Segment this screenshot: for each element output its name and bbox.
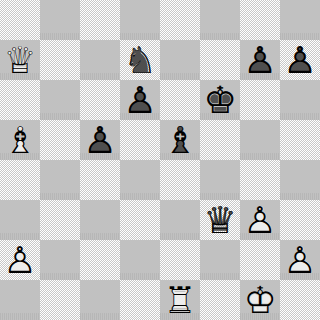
pawn-glyph-fill: ♟ [280,240,320,280]
bishop-glyph-fill: ♝ [0,120,40,160]
king-glyph-fill: ♚ [240,280,280,320]
pawn-glyph-outline: ♙ [240,40,280,80]
square-h2[interactable]: ♟♙ [280,240,320,280]
square-a3[interactable] [0,200,40,240]
square-f2[interactable] [200,240,240,280]
piece-black-pawn-h7[interactable]: ♟♙ [280,40,320,80]
pawn-glyph-outline: ♙ [280,40,320,80]
square-d4[interactable] [120,160,160,200]
square-h7[interactable]: ♟♙ [280,40,320,80]
square-g6[interactable] [240,80,280,120]
pawn-glyph-fill: ♟ [120,80,160,120]
square-g3[interactable]: ♟♙ [240,200,280,240]
square-a2[interactable]: ♟♙ [0,240,40,280]
square-f6[interactable]: ♚♔ [200,80,240,120]
piece-white-rook-e1[interactable]: ♜♖ [160,280,200,320]
square-e1[interactable]: ♜♖ [160,280,200,320]
square-g8[interactable] [240,0,280,40]
square-b7[interactable] [40,40,80,80]
square-d3[interactable] [120,200,160,240]
square-g4[interactable] [240,160,280,200]
square-f8[interactable] [200,0,240,40]
square-a4[interactable] [0,160,40,200]
square-f7[interactable] [200,40,240,80]
king-glyph-outline: ♔ [240,280,280,320]
square-c1[interactable] [80,280,120,320]
bishop-glyph-outline: ♗ [0,120,40,160]
piece-white-pawn-h2[interactable]: ♟♙ [280,240,320,280]
square-d8[interactable] [120,0,160,40]
piece-white-queen-a7[interactable]: ♛♕ [0,40,40,80]
square-b4[interactable] [40,160,80,200]
square-g1[interactable]: ♚♔ [240,280,280,320]
square-b8[interactable] [40,0,80,40]
square-a1[interactable] [0,280,40,320]
piece-white-bishop-a5[interactable]: ♝♗ [0,120,40,160]
square-h1[interactable] [280,280,320,320]
square-g2[interactable] [240,240,280,280]
square-e3[interactable] [160,200,200,240]
square-b1[interactable] [40,280,80,320]
piece-white-pawn-a2[interactable]: ♟♙ [0,240,40,280]
piece-white-pawn-g3[interactable]: ♟♙ [240,200,280,240]
piece-black-king-f6[interactable]: ♚♔ [200,80,240,120]
square-e5[interactable]: ♝♗ [160,120,200,160]
square-b2[interactable] [40,240,80,280]
pawn-glyph-outline: ♙ [120,80,160,120]
pawn-glyph-fill: ♟ [240,40,280,80]
square-c6[interactable] [80,80,120,120]
knight-glyph-outline: ♘ [120,40,160,80]
square-c3[interactable] [80,200,120,240]
piece-black-pawn-c5[interactable]: ♟♙ [80,120,120,160]
square-e7[interactable] [160,40,200,80]
square-a6[interactable] [0,80,40,120]
piece-white-king-g1[interactable]: ♚♔ [240,280,280,320]
square-a5[interactable]: ♝♗ [0,120,40,160]
square-f4[interactable] [200,160,240,200]
pawn-glyph-outline: ♙ [280,240,320,280]
square-g7[interactable]: ♟♙ [240,40,280,80]
queen-glyph-fill: ♛ [0,40,40,80]
queen-glyph-fill: ♛ [200,200,240,240]
pawn-glyph-fill: ♟ [80,120,120,160]
square-c4[interactable] [80,160,120,200]
square-h6[interactable] [280,80,320,120]
square-h8[interactable] [280,0,320,40]
king-glyph-fill: ♚ [200,80,240,120]
square-b3[interactable] [40,200,80,240]
pawn-glyph-fill: ♟ [240,200,280,240]
chess-board: ♛♕♞♘♟♙♟♙♟♙♚♔♝♗♟♙♝♗♛♕♟♙♟♙♟♙♜♖♚♔ [0,0,320,320]
square-d6[interactable]: ♟♙ [120,80,160,120]
square-f1[interactable] [200,280,240,320]
piece-black-knight-d7[interactable]: ♞♘ [120,40,160,80]
bishop-glyph-fill: ♝ [160,120,200,160]
square-d5[interactable] [120,120,160,160]
rook-glyph-outline: ♖ [160,280,200,320]
pawn-glyph-outline: ♙ [240,200,280,240]
square-d1[interactable] [120,280,160,320]
king-glyph-outline: ♔ [200,80,240,120]
piece-black-bishop-e5[interactable]: ♝♗ [160,120,200,160]
square-f3[interactable]: ♛♕ [200,200,240,240]
pawn-glyph-fill: ♟ [280,40,320,80]
square-b6[interactable] [40,80,80,120]
square-e8[interactable] [160,0,200,40]
square-h5[interactable] [280,120,320,160]
square-c2[interactable] [80,240,120,280]
square-a7[interactable]: ♛♕ [0,40,40,80]
piece-black-queen-f3[interactable]: ♛♕ [200,200,240,240]
piece-black-pawn-d6[interactable]: ♟♙ [120,80,160,120]
square-g5[interactable] [240,120,280,160]
piece-black-pawn-g7[interactable]: ♟♙ [240,40,280,80]
rook-glyph-fill: ♜ [160,280,200,320]
square-b5[interactable] [40,120,80,160]
square-e6[interactable] [160,80,200,120]
square-c8[interactable] [80,0,120,40]
pawn-glyph-fill: ♟ [0,240,40,280]
square-h3[interactable] [280,200,320,240]
pawn-glyph-outline: ♙ [0,240,40,280]
square-d7[interactable]: ♞♘ [120,40,160,80]
square-c7[interactable] [80,40,120,80]
square-a8[interactable] [0,0,40,40]
pawn-glyph-outline: ♙ [80,120,120,160]
queen-glyph-outline: ♕ [200,200,240,240]
square-f5[interactable] [200,120,240,160]
knight-glyph-fill: ♞ [120,40,160,80]
square-e4[interactable] [160,160,200,200]
queen-glyph-outline: ♕ [0,40,40,80]
square-c5[interactable]: ♟♙ [80,120,120,160]
bishop-glyph-outline: ♗ [160,120,200,160]
square-e2[interactable] [160,240,200,280]
square-d2[interactable] [120,240,160,280]
square-h4[interactable] [280,160,320,200]
